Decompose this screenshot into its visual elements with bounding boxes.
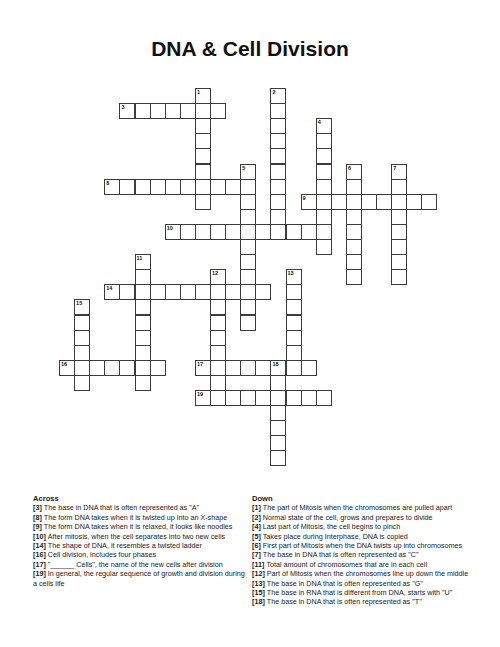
grid-cell-r18-c11[interactable]	[210, 345, 226, 361]
grid-cell-r7-c12[interactable]	[225, 179, 241, 195]
grid-cell-r11-c20[interactable]	[346, 239, 362, 255]
grid-cell-r10-c12[interactable]	[225, 224, 241, 240]
grid-cell-r8-c19[interactable]	[331, 194, 347, 210]
grid-cell-r7-c15[interactable]	[270, 179, 286, 195]
grid-cell-r10-c20[interactable]	[346, 224, 362, 240]
clue-label: [7]	[252, 550, 263, 559]
grid-cell-r7-c5[interactable]	[119, 179, 135, 195]
down-clue-6: [6] First part of Mitosis when the DNA t…	[252, 541, 483, 550]
across-clue-19: [19] In general, the regular sequence of…	[33, 569, 246, 588]
cell-number-12: 12	[212, 271, 218, 277]
down-clue-13: [13] The base in DNA that is often repre…	[252, 579, 483, 588]
grid-cell-r9-c20[interactable]	[346, 209, 362, 225]
clue-label: [19]	[33, 569, 48, 578]
clue-text: Total amount of chromosomes that are in …	[266, 560, 427, 569]
grid-cell-r8-c18[interactable]	[316, 194, 332, 210]
grid-cell-r14-c12[interactable]	[225, 284, 241, 300]
grid-cell-r9-c13[interactable]	[240, 209, 256, 225]
cell-number-5: 5	[242, 166, 245, 172]
grid-cell-r6-c18[interactable]	[316, 164, 332, 180]
clue-label: [1]	[252, 503, 263, 512]
grid-cell-r10-c16[interactable]	[286, 224, 302, 240]
grid-cell-r17-c16[interactable]	[286, 330, 302, 346]
grid-cell-r21-c12[interactable]	[225, 390, 241, 406]
clue-text: The base in DNA that is often represente…	[44, 503, 199, 512]
across-clue-14: [14] The shape of DNA, it resembles a tw…	[33, 541, 246, 550]
grid-cell-r10-c13[interactable]	[240, 224, 256, 240]
clue-text: The form DNA takes when it is twisted up…	[44, 513, 227, 522]
clue-label: [2]	[252, 513, 263, 522]
grid-cell-r16-c13[interactable]	[240, 315, 256, 331]
grid-cell-r3-c15[interactable]	[270, 118, 286, 134]
clue-text: Cell division, includes four phases	[48, 550, 156, 559]
clue-text: The base in DNA that is often represente…	[263, 550, 419, 559]
grid-cell-r8-c25[interactable]	[421, 194, 437, 210]
grid-cell-r8-c15[interactable]	[270, 194, 286, 210]
cell-number-10: 10	[167, 226, 173, 232]
grid-cell-r7-c8[interactable]	[165, 179, 181, 195]
clue-label: [8]	[33, 513, 44, 522]
grid-cell-r7-c20[interactable]	[346, 179, 362, 195]
grid-cell-r6-c15[interactable]	[270, 164, 286, 180]
across-header: Across	[33, 494, 246, 503]
down-clue-5: [5] Takes place during Interphase, DNA i…	[252, 532, 483, 541]
clue-label: [3]	[33, 503, 44, 512]
grid-cell-r2-c6[interactable]	[135, 103, 151, 119]
grid-cell-r21-c11[interactable]	[210, 390, 226, 406]
grid-cell-r10-c9[interactable]	[180, 224, 196, 240]
clue-label: [18]	[252, 597, 267, 606]
grid-cell-r21-c16[interactable]	[286, 390, 302, 406]
down-clue-1: [1] The part of Mitosis when the chromos…	[252, 503, 483, 512]
grid-cell-r20-c2[interactable]	[74, 375, 90, 391]
grid-cell-r7-c11[interactable]	[210, 179, 226, 195]
cell-number-17: 17	[197, 362, 203, 368]
grid-cell-r5-c10[interactable]	[195, 148, 211, 164]
grid-cell-r19-c6[interactable]	[135, 360, 151, 376]
grid-cell-r7-c9[interactable]	[180, 179, 196, 195]
down-clue-15: [15] The base in RNA that is different f…	[252, 588, 483, 597]
clue-label: [16]	[33, 550, 48, 559]
clue-text: Normal state of the cell, grows and prep…	[263, 513, 433, 522]
grid-cell-r18-c2[interactable]	[74, 345, 90, 361]
grid-cell-r3-c10[interactable]	[195, 118, 211, 134]
cell-number-8: 8	[106, 181, 109, 187]
clue-label: [15]	[252, 588, 267, 597]
clue-label: [10]	[33, 532, 48, 541]
across-clue-9: [9] The form DNA takes when it is relaxe…	[33, 522, 246, 531]
grid-cell-r7-c6[interactable]	[135, 179, 151, 195]
grid-cell-r8-c22[interactable]	[376, 194, 392, 210]
across-clue-3: [3] The base in DNA that is often repres…	[33, 503, 246, 512]
grid-cell-r10-c18[interactable]	[316, 224, 332, 240]
grid-cell-r14-c5[interactable]	[119, 284, 135, 300]
grid-cell-r7-c23[interactable]	[391, 179, 407, 195]
cell-number-18: 18	[272, 362, 278, 368]
grid-cell-r11-c18[interactable]	[316, 239, 332, 255]
grid-cell-r17-c6[interactable]	[135, 330, 151, 346]
grid-cell-r8-c13[interactable]	[240, 194, 256, 210]
grid-cell-r22-c15[interactable]	[270, 405, 286, 421]
grid-cell-r4-c18[interactable]	[316, 133, 332, 149]
grid-cell-r21-c13[interactable]	[240, 390, 256, 406]
across-clue-10: [10] After mitosis, when the cell separa…	[33, 532, 246, 541]
clue-text: In general, the regular sequence of grow…	[33, 569, 245, 587]
clue-text: Last part of Mitosis, the cell begins to…	[263, 522, 400, 531]
grid-cell-r19-c13[interactable]	[240, 360, 256, 376]
grid-cell-r9-c18[interactable]	[316, 209, 332, 225]
clue-text: The base in RNA that is different from D…	[267, 588, 453, 597]
down-clue-4: [4] Last part of Mitosis, the cell begin…	[252, 522, 483, 531]
grid-cell-r8-c23[interactable]	[391, 194, 407, 210]
clue-text: The base in DNA that is often represente…	[267, 597, 422, 606]
grid-cell-r15-c11[interactable]	[210, 299, 226, 315]
clue-label: [5]	[252, 532, 263, 541]
grid-cell-r20-c15[interactable]	[270, 375, 286, 391]
grid-cell-r2-c15[interactable]	[270, 103, 286, 119]
clue-label: [4]	[252, 522, 263, 531]
cell-number-4: 4	[318, 120, 321, 126]
grid-cell-r18-c16[interactable]	[286, 345, 302, 361]
grid-cell-r8-c20[interactable]	[346, 194, 362, 210]
grid-cell-r13-c6[interactable]	[135, 269, 151, 285]
grid-cell-r14-c7[interactable]	[150, 284, 166, 300]
across-clue-17: [17] "______ Cells", the name of the new…	[33, 560, 246, 569]
grid-cell-r2-c10[interactable]	[195, 103, 211, 119]
grid-cell-r19-c3[interactable]	[89, 360, 105, 376]
grid-cell-r5-c15[interactable]	[270, 148, 286, 164]
grid-cell-r15-c6[interactable]	[135, 299, 151, 315]
grid-cell-r11-c23[interactable]	[391, 239, 407, 255]
grid-cell-r21-c18[interactable]	[316, 390, 332, 406]
grid-cell-r20-c6[interactable]	[135, 375, 151, 391]
grid-cell-r16-c2[interactable]	[74, 315, 90, 331]
grid-cell-r21-c15[interactable]	[270, 390, 286, 406]
clue-label: [13]	[252, 579, 267, 588]
grid-cell-r19-c4[interactable]	[104, 360, 120, 376]
down-clue-18: [18] The base in DNA that is often repre…	[252, 597, 483, 606]
grid-cell-r18-c6[interactable]	[135, 345, 151, 361]
clue-text: The shape of DNA, it resembles a twisted…	[48, 541, 202, 550]
grid-cell-r11-c13[interactable]	[240, 239, 256, 255]
grid-cell-r17-c11[interactable]	[210, 330, 226, 346]
grid-cell-r24-c15[interactable]	[270, 435, 286, 451]
down-clue-12: [12] Part of Mitosis when the chromosome…	[252, 569, 483, 578]
grid-cell-r8-c21[interactable]	[361, 194, 377, 210]
grid-cell-r14-c8[interactable]	[165, 284, 181, 300]
clue-label: [12]	[252, 569, 267, 578]
clue-label: [14]	[33, 541, 48, 550]
across-clue-8: [8] The form DNA takes when it is twiste…	[33, 513, 246, 522]
grid-cell-r6-c10[interactable]	[195, 164, 211, 180]
crossword-grid: 12345678910111213141516171819	[59, 88, 438, 467]
grid-cell-r7-c10[interactable]	[195, 179, 211, 195]
clue-text: After mitosis, when the cell separates i…	[48, 532, 225, 541]
clue-label: [11]	[252, 560, 266, 569]
grid-cell-r14-c16[interactable]	[286, 284, 302, 300]
grid-cell-r2-c9[interactable]	[180, 103, 196, 119]
cell-number-1: 1	[197, 90, 200, 96]
grid-cell-r13-c20[interactable]	[346, 269, 362, 285]
grid-cell-r15-c13[interactable]	[240, 299, 256, 315]
cell-number-14: 14	[106, 286, 112, 292]
grid-cell-r4-c10[interactable]	[195, 133, 211, 149]
grid-cell-r19-c7[interactable]	[150, 360, 166, 376]
cell-number-19: 19	[197, 392, 203, 398]
grid-cell-r23-c15[interactable]	[270, 420, 286, 436]
grid-cell-r19-c12[interactable]	[225, 360, 241, 376]
grid-cell-r21-c14[interactable]	[255, 390, 271, 406]
down-header: Down	[252, 494, 483, 503]
down-clue-11: [11] Total amount of chromosomes that ar…	[252, 560, 483, 569]
grid-cell-r10-c15[interactable]	[270, 224, 286, 240]
grid-cell-r13-c13[interactable]	[240, 269, 256, 285]
clue-text: Part of Mitosis when the chromosomes lin…	[267, 569, 468, 578]
grid-cell-r19-c14[interactable]	[255, 360, 271, 376]
cell-number-6: 6	[348, 166, 351, 172]
clue-label: [6]	[252, 541, 263, 550]
grid-cell-r10-c23[interactable]	[391, 224, 407, 240]
grid-cell-r2-c8[interactable]	[165, 103, 181, 119]
down-clue-7: [7] The base in DNA that is often repres…	[252, 550, 483, 559]
grid-cell-r17-c2[interactable]	[74, 330, 90, 346]
grid-cell-r4-c15[interactable]	[270, 133, 286, 149]
grid-cell-r15-c16[interactable]	[286, 299, 302, 315]
across-clues: Across [3] The base in DNA that is often…	[33, 494, 246, 588]
down-clues: Down [1] The part of Mitosis when the ch…	[252, 494, 483, 607]
grid-cell-r19-c16[interactable]	[286, 360, 302, 376]
grid-cell-r10-c14[interactable]	[255, 224, 271, 240]
down-clue-2: [2] Normal state of the cell, grows and …	[252, 513, 483, 522]
cell-number-3: 3	[121, 105, 124, 111]
grid-cell-r12-c23[interactable]	[391, 254, 407, 270]
grid-cell-r14-c14[interactable]	[255, 284, 271, 300]
grid-cell-r2-c7[interactable]	[150, 103, 166, 119]
grid-cell-r14-c9[interactable]	[180, 284, 196, 300]
clue-label: [17]	[33, 560, 48, 569]
cell-number-15: 15	[76, 301, 82, 307]
puzzle-title: DNA & Cell Division	[0, 37, 500, 61]
grid-cell-r14-c10[interactable]	[195, 284, 211, 300]
clue-text: First part of Mitosis when the DNA twist…	[263, 541, 462, 550]
grid-cell-r19-c17[interactable]	[301, 360, 317, 376]
across-clue-16: [16] Cell division, includes four phases	[33, 550, 246, 559]
grid-cell-r19-c2[interactable]	[74, 360, 90, 376]
grid-cell-r12-c13[interactable]	[240, 254, 256, 270]
clue-label: [9]	[33, 522, 44, 531]
grid-cell-r20-c11[interactable]	[210, 375, 226, 391]
cell-number-11: 11	[137, 256, 143, 262]
grid-cell-r5-c18[interactable]	[316, 148, 332, 164]
grid-cell-r8-c10[interactable]	[195, 194, 211, 210]
cell-number-9: 9	[303, 196, 306, 202]
grid-cell-r16-c16[interactable]	[286, 315, 302, 331]
clue-text: The part of Mitosis when the chromosomes…	[263, 503, 452, 512]
grid-cell-r8-c24[interactable]	[406, 194, 422, 210]
grid-cell-r16-c6[interactable]	[135, 315, 151, 331]
cell-number-16: 16	[61, 362, 67, 368]
grid-cell-r14-c6[interactable]	[135, 284, 151, 300]
grid-cell-r21-c17[interactable]	[301, 390, 317, 406]
grid-cell-r14-c13[interactable]	[240, 284, 256, 300]
grid-cell-r10-c17[interactable]	[301, 224, 317, 240]
clue-text: The form DNA takes when it is relaxed, i…	[44, 522, 233, 531]
grid-cell-r16-c11[interactable]	[210, 315, 226, 331]
grid-cell-r14-c11[interactable]	[210, 284, 226, 300]
grid-cell-r10-c11[interactable]	[210, 224, 226, 240]
grid-cell-r25-c15[interactable]	[270, 450, 286, 466]
grid-cell-r13-c23[interactable]	[391, 269, 407, 285]
grid-cell-r7-c7[interactable]	[150, 179, 166, 195]
grid-cell-r19-c11[interactable]	[210, 360, 226, 376]
grid-cell-r7-c18[interactable]	[316, 179, 332, 195]
clue-text: Takes place during Interphase, DNA is co…	[263, 532, 408, 541]
grid-cell-r19-c5[interactable]	[119, 360, 135, 376]
cell-number-2: 2	[272, 90, 275, 96]
grid-cell-r12-c20[interactable]	[346, 254, 362, 270]
grid-cell-r9-c23[interactable]	[391, 209, 407, 225]
cell-number-7: 7	[393, 166, 396, 172]
grid-cell-r9-c15[interactable]	[270, 209, 286, 225]
grid-cell-r2-c11[interactable]	[210, 103, 226, 119]
clue-text: The base in DNA that is often represente…	[267, 579, 423, 588]
cell-number-13: 13	[288, 271, 294, 277]
grid-cell-r7-c13[interactable]	[240, 179, 256, 195]
clue-text: "______ Cells", the name of the new cell…	[48, 560, 223, 569]
grid-cell-r10-c10[interactable]	[195, 224, 211, 240]
